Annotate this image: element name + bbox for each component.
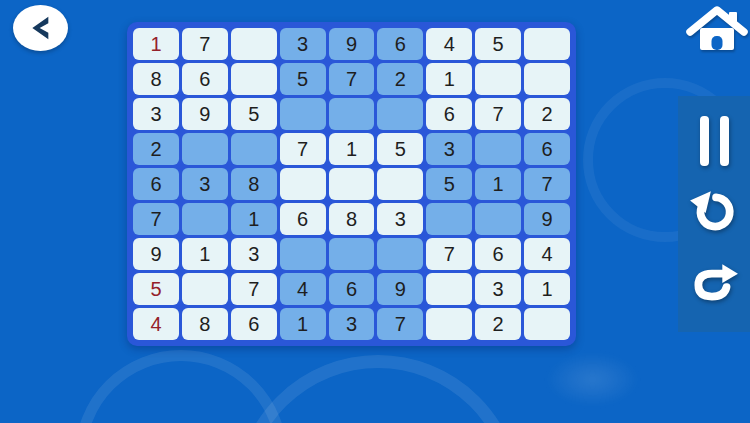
sudoku-cell[interactable]	[231, 28, 277, 60]
sudoku-cell[interactable]	[524, 308, 570, 340]
sudoku-cell[interactable]: 2	[475, 308, 521, 340]
sudoku-cell[interactable]: 5	[475, 28, 521, 60]
sudoku-cell[interactable]: 6	[280, 203, 326, 235]
sudoku-cell[interactable]: 1	[231, 203, 277, 235]
sudoku-cell[interactable]	[377, 168, 423, 200]
sudoku-cell[interactable]: 5	[377, 133, 423, 165]
sudoku-cell[interactable]: 4	[133, 308, 179, 340]
sudoku-cell[interactable]: 5	[231, 98, 277, 130]
sudoku-cell[interactable]: 8	[231, 168, 277, 200]
sudoku-cell[interactable]	[231, 63, 277, 95]
bubble-glow-decoration	[545, 352, 640, 407]
sudoku-cell[interactable]: 6	[426, 98, 472, 130]
sudoku-cell[interactable]: 8	[182, 308, 228, 340]
sudoku-cell[interactable]: 6	[475, 238, 521, 270]
sudoku-cell[interactable]: 4	[524, 238, 570, 270]
sudoku-cell[interactable]	[329, 168, 375, 200]
redo-icon	[688, 258, 740, 308]
sudoku-cell[interactable]: 4	[280, 273, 326, 305]
sudoku-cell[interactable]: 3	[280, 28, 326, 60]
sudoku-cell[interactable]	[182, 133, 228, 165]
sudoku-cell[interactable]: 2	[133, 133, 179, 165]
bubble-ring-decoration	[235, 355, 521, 423]
sudoku-cell[interactable]: 3	[377, 203, 423, 235]
sudoku-cell[interactable]: 3	[182, 168, 228, 200]
sudoku-cell[interactable]: 9	[133, 238, 179, 270]
home-button[interactable]	[686, 6, 748, 52]
sudoku-cell[interactable]	[182, 203, 228, 235]
sudoku-cell[interactable]	[524, 28, 570, 60]
sudoku-cell[interactable]: 5	[426, 168, 472, 200]
pause-icon	[700, 116, 729, 166]
sudoku-cell[interactable]	[280, 238, 326, 270]
undo-button[interactable]	[688, 185, 740, 239]
sudoku-cell[interactable]: 3	[426, 133, 472, 165]
sudoku-cell[interactable]: 6	[231, 308, 277, 340]
sudoku-cell[interactable]: 7	[426, 238, 472, 270]
sudoku-cell[interactable]	[182, 273, 228, 305]
sudoku-board: 1739645865721395672271536638517716839913…	[127, 22, 576, 346]
sudoku-cell[interactable]: 1	[182, 238, 228, 270]
sudoku-cell[interactable]: 1	[524, 273, 570, 305]
sudoku-cell[interactable]: 9	[524, 203, 570, 235]
sudoku-cell[interactable]	[377, 98, 423, 130]
undo-icon	[689, 187, 739, 237]
sudoku-cell[interactable]: 5	[133, 273, 179, 305]
sudoku-cell[interactable]: 1	[329, 133, 375, 165]
control-panel	[678, 96, 750, 332]
sudoku-cell[interactable]	[231, 133, 277, 165]
sudoku-cell[interactable]: 3	[329, 308, 375, 340]
sudoku-cell[interactable]: 1	[475, 168, 521, 200]
sudoku-cell[interactable]: 9	[377, 273, 423, 305]
sudoku-cell[interactable]: 9	[182, 98, 228, 130]
sudoku-cell[interactable]: 3	[133, 98, 179, 130]
sudoku-cell[interactable]: 3	[231, 238, 277, 270]
sudoku-cell[interactable]: 5	[280, 63, 326, 95]
sudoku-cell[interactable]: 6	[329, 273, 375, 305]
sudoku-cell[interactable]: 2	[377, 63, 423, 95]
sudoku-cell[interactable]: 6	[133, 168, 179, 200]
sudoku-cell[interactable]: 9	[329, 28, 375, 60]
sudoku-cell[interactable]	[524, 63, 570, 95]
sudoku-cell[interactable]: 7	[475, 98, 521, 130]
sudoku-cell[interactable]: 1	[426, 63, 472, 95]
sudoku-cell[interactable]	[426, 273, 472, 305]
game-screen: 1739645865721395672271536638517716839913…	[0, 0, 750, 423]
sudoku-cell[interactable]	[475, 203, 521, 235]
sudoku-cell[interactable]: 6	[377, 28, 423, 60]
pause-button[interactable]	[688, 114, 740, 168]
sudoku-cell[interactable]: 3	[475, 273, 521, 305]
sudoku-cell[interactable]: 7	[329, 63, 375, 95]
sudoku-cell[interactable]	[280, 168, 326, 200]
sudoku-cell[interactable]: 4	[426, 28, 472, 60]
sudoku-cell[interactable]	[329, 98, 375, 130]
sudoku-cell[interactable]: 6	[182, 63, 228, 95]
sudoku-cell[interactable]: 1	[280, 308, 326, 340]
bubble-ring-decoration	[75, 350, 287, 423]
sudoku-cell[interactable]: 8	[133, 63, 179, 95]
sudoku-cell[interactable]: 6	[524, 133, 570, 165]
sudoku-cell[interactable]: 2	[524, 98, 570, 130]
sudoku-cell[interactable]: 1	[133, 28, 179, 60]
sudoku-cell[interactable]	[475, 63, 521, 95]
sudoku-cell[interactable]	[329, 238, 375, 270]
sudoku-cell[interactable]	[377, 238, 423, 270]
sudoku-cell[interactable]	[280, 98, 326, 130]
sudoku-cell[interactable]: 7	[182, 28, 228, 60]
sudoku-cell[interactable]	[426, 203, 472, 235]
sudoku-cell[interactable]: 7	[133, 203, 179, 235]
sudoku-cell[interactable]	[426, 308, 472, 340]
sudoku-cell[interactable]: 8	[329, 203, 375, 235]
back-chevron-icon	[23, 11, 59, 45]
back-button[interactable]	[13, 5, 68, 51]
sudoku-cell[interactable]: 7	[231, 273, 277, 305]
sudoku-cell[interactable]: 7	[524, 168, 570, 200]
sudoku-cell[interactable]: 7	[280, 133, 326, 165]
sudoku-cell[interactable]: 7	[377, 308, 423, 340]
home-icon	[686, 6, 748, 52]
redo-button[interactable]	[688, 256, 740, 310]
sudoku-cell[interactable]	[475, 133, 521, 165]
